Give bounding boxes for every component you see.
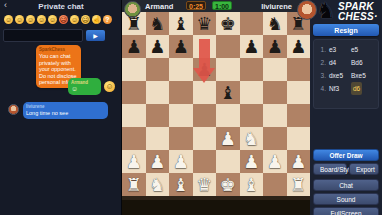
square-c8[interactable]: ♝: [169, 12, 193, 35]
square-d1[interactable]: ♛: [193, 173, 217, 196]
black-pawn-b7: ♟: [146, 35, 170, 58]
square-h2[interactable]: ♟: [287, 150, 311, 173]
other-message-bubble: liviurene Long time no see: [23, 102, 108, 119]
grin-emoji[interactable]: ☺: [15, 15, 24, 24]
square-a6[interactable]: [122, 58, 146, 81]
black-pawn-f7: ♟: [240, 35, 264, 58]
laugh-emoji[interactable]: ☺: [26, 15, 35, 24]
move-row: 1. e3 e5: [316, 43, 376, 56]
square-f5[interactable]: [240, 81, 264, 104]
black-pawn-a7: ♟: [122, 35, 146, 58]
square-h3[interactable]: [287, 127, 311, 150]
square-b6[interactable]: [146, 58, 170, 81]
square-e7[interactable]: [216, 35, 240, 58]
white-pawn-c2: ♟: [169, 150, 193, 173]
board-style-button[interactable]: Board/Style: [313, 163, 347, 175]
white-knight-b1: ♞: [146, 173, 170, 196]
white-move[interactable]: d4: [329, 56, 351, 69]
bottom-buttons: Offer Draw Board/Style Export Chat Sound…: [313, 149, 379, 215]
square-h6[interactable]: [287, 58, 311, 81]
move-number: 1.: [316, 43, 326, 56]
knight-logo-icon: ♞: [316, 0, 336, 23]
square-b8[interactable]: ♞: [146, 12, 170, 35]
black-bishop-c8: ♝: [169, 12, 193, 35]
white-move[interactable]: e3: [329, 43, 351, 56]
black-move[interactable]: e5: [351, 43, 358, 56]
square-a5[interactable]: [122, 81, 146, 104]
message-text: Long time no see: [26, 110, 105, 117]
square-g7[interactable]: ♟: [263, 35, 287, 58]
white-pawn-e3: ♟: [216, 127, 240, 150]
offer-draw-button[interactable]: Offer Draw: [313, 149, 379, 161]
square-d3[interactable]: [193, 127, 217, 150]
square-b7[interactable]: ♟: [146, 35, 170, 58]
white-pawn-h2: ♟: [287, 150, 311, 173]
square-f1[interactable]: ♝: [240, 173, 264, 196]
message-sender: Armand: [71, 80, 98, 85]
square-c1[interactable]: ♝: [169, 173, 193, 196]
export-button[interactable]: Export: [349, 163, 379, 175]
square-g3[interactable]: [263, 127, 287, 150]
white-bishop-f1: ♝: [240, 173, 264, 196]
cool-emoji[interactable]: ☺: [70, 15, 79, 24]
player-bar: Armand 0:25 1:00 liviurene: [122, 0, 310, 12]
square-b2[interactable]: ♟: [146, 150, 170, 173]
chat-input[interactable]: [3, 29, 83, 42]
square-f4[interactable]: [240, 104, 264, 127]
square-a2[interactable]: ♟: [122, 150, 146, 173]
black-pawn-c7: ♟: [169, 35, 193, 58]
move-number: 4.: [316, 82, 326, 95]
right-panel: ♞ SPARK CHESS· Resign 1. e3 e5 2. d4 Bd6…: [310, 0, 382, 215]
square-c7[interactable]: ♟: [169, 35, 193, 58]
move-row: 2. d4 Bd6: [316, 56, 376, 69]
send-button[interactable]: ▶: [86, 30, 105, 41]
square-e3[interactable]: ♟: [216, 127, 240, 150]
square-f7[interactable]: ♟: [240, 35, 264, 58]
square-e8[interactable]: ♚: [216, 12, 240, 35]
square-b3[interactable]: [146, 127, 170, 150]
sound-button[interactable]: Sound: [313, 193, 379, 205]
last-move-arrow-head: [193, 68, 215, 83]
white-pawn-b2: ♟: [146, 150, 170, 173]
white-pawn-f2: ♟: [240, 150, 264, 173]
square-g4[interactable]: [263, 104, 287, 127]
last-move-arrow: [199, 39, 210, 68]
square-c4[interactable]: [169, 104, 193, 127]
black-move-highlighted[interactable]: d6: [351, 82, 362, 95]
square-f2[interactable]: ♟: [240, 150, 264, 173]
square-a4[interactable]: [122, 104, 146, 127]
square-d2[interactable]: [193, 150, 217, 173]
armand-avatar: [124, 1, 141, 18]
message-sender: SparkChess: [39, 47, 78, 52]
white-move[interactable]: dxe5: [329, 69, 351, 82]
square-e2[interactable]: [216, 150, 240, 173]
square-a3[interactable]: [122, 127, 146, 150]
chat-title: Private chat: [0, 2, 122, 13]
square-g8[interactable]: ♞: [263, 12, 287, 35]
white-pawn-a2: ♟: [122, 150, 146, 173]
black-pawn-h7: ♟: [287, 35, 311, 58]
black-player-name: liviurene: [261, 2, 292, 11]
smiley-reaction-emoji[interactable]: ☺: [104, 81, 115, 92]
square-e1[interactable]: ♚: [216, 173, 240, 196]
black-knight-b8: ♞: [146, 12, 170, 35]
white-move[interactable]: Nf3: [329, 82, 351, 95]
square-g1[interactable]: [263, 173, 287, 196]
white-king-e1: ♚: [216, 173, 240, 196]
white-rook-h1: ♜: [287, 173, 311, 196]
sad-emoji[interactable]: ☹: [81, 15, 90, 24]
resign-button[interactable]: Resign: [313, 24, 379, 36]
white-bishop-c1: ♝: [169, 173, 193, 196]
square-h4[interactable]: [287, 104, 311, 127]
sparkchess-app: ‹ Private chat ☺☺☺☺☺☹☺☹☝? ▶ SparkChess Y…: [0, 0, 382, 215]
fullscreen-button[interactable]: FullScreen: [313, 207, 379, 215]
square-h1[interactable]: ♜: [287, 173, 311, 196]
private-chat-panel: ‹ Private chat ☺☺☺☺☺☹☺☹☝? ▶ SparkChess Y…: [0, 0, 122, 215]
smiley-message: ☺: [71, 86, 98, 93]
square-d5[interactable]: [193, 81, 217, 104]
sparkchess-logo: ♞ SPARK CHESS·: [314, 0, 380, 23]
square-d8[interactable]: ♛: [193, 12, 217, 35]
move-list: 1. e3 e5 2. d4 Bd6 3. dxe5 Bxe5 4. Nf3 d…: [313, 39, 379, 109]
square-h5[interactable]: [287, 81, 311, 104]
square-e4[interactable]: [216, 104, 240, 127]
square-b1[interactable]: ♞: [146, 173, 170, 196]
thumbs-up-emoji[interactable]: ☝: [92, 15, 101, 24]
board-style-row: Board/Style Export: [313, 163, 379, 177]
square-d4[interactable]: [193, 104, 217, 127]
smile-emoji[interactable]: ☺: [4, 15, 13, 24]
white-rook-a1: ♜: [122, 173, 146, 196]
white-player-name: Armand: [145, 2, 173, 11]
black-king-e8: ♚: [216, 12, 240, 35]
emoji-row: ☺☺☺☺☺☹☺☹☝?: [4, 15, 118, 26]
liviurene-chat-avatar: [8, 104, 19, 115]
black-knight-g8: ♞: [263, 12, 287, 35]
square-f6[interactable]: [240, 58, 264, 81]
angry-emoji[interactable]: ☹: [59, 15, 68, 24]
move-row: 3. dxe5 Bxe5: [316, 69, 376, 82]
square-h7[interactable]: ♟: [287, 35, 311, 58]
white-queen-d1: ♛: [193, 173, 217, 196]
square-c6[interactable]: [169, 58, 193, 81]
move-number: 2.: [316, 56, 326, 69]
message-sender: liviurene: [26, 104, 105, 109]
question-emoji[interactable]: ?: [103, 15, 112, 24]
wink-emoji[interactable]: ☺: [37, 15, 46, 24]
square-a7[interactable]: ♟: [122, 35, 146, 58]
black-bishop-e5: ♝: [216, 81, 240, 104]
square-c5[interactable]: [169, 81, 193, 104]
square-c3[interactable]: [169, 127, 193, 150]
black-queen-d8: ♛: [193, 12, 217, 35]
square-f3[interactable]: ♞: [240, 127, 264, 150]
chat-button[interactable]: Chat: [313, 179, 379, 191]
square-a1[interactable]: ♜: [122, 173, 146, 196]
send-icon: ▶: [93, 33, 98, 39]
surprised-emoji[interactable]: ☺: [48, 15, 57, 24]
own-message-bubble: Armand ☺: [68, 78, 101, 95]
square-b4[interactable]: [146, 104, 170, 127]
white-clock: 0:25: [186, 1, 206, 10]
move-number: 3.: [316, 69, 326, 82]
chess-board[interactable]: ♜♞♝♛♚♞♜♟♟♟♟♟♟♟♝♟♞♟♟♟♟♟♟♜♞♝♛♚♝♜: [122, 12, 310, 200]
square-c2[interactable]: ♟: [169, 150, 193, 173]
chat-input-row: ▶: [3, 29, 119, 42]
white-knight-f3: ♞: [240, 127, 264, 150]
square-b5[interactable]: [146, 81, 170, 104]
square-g2[interactable]: ♟: [263, 150, 287, 173]
logo-text-chess: CHESS·: [338, 11, 378, 22]
square-f8[interactable]: [240, 12, 264, 35]
square-e6[interactable]: [216, 58, 240, 81]
square-g6[interactable]: [263, 58, 287, 81]
black-pawn-g7: ♟: [263, 35, 287, 58]
black-clock: 1:00: [212, 1, 232, 10]
move-row: 4. Nf3 d6: [316, 82, 376, 95]
black-move[interactable]: Bd6: [351, 56, 363, 69]
square-g5[interactable]: [263, 81, 287, 104]
square-e5[interactable]: ♝: [216, 81, 240, 104]
black-move[interactable]: Bxe5: [351, 69, 366, 82]
liviurene-avatar: [297, 0, 317, 20]
board-area: Armand 0:25 1:00 liviurene ♜♞♝♛♚♞♜♟♟♟♟♟♟…: [122, 0, 310, 215]
white-pawn-g2: ♟: [263, 150, 287, 173]
